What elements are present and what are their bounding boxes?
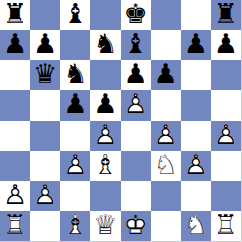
piece-black-pawn[interactable]: ♟ xyxy=(181,30,211,60)
square-b3[interactable] xyxy=(30,151,60,181)
piece-glyph: ♟ xyxy=(33,31,57,58)
square-g8[interactable] xyxy=(181,0,211,30)
square-b5[interactable] xyxy=(30,90,60,120)
square-f5[interactable] xyxy=(151,90,181,120)
square-c6[interactable]: ♞ xyxy=(60,60,90,90)
piece-glyph: ♞ xyxy=(63,61,87,88)
piece-glyph: ♝ xyxy=(63,0,87,27)
square-f8[interactable] xyxy=(151,0,181,30)
piece-glyph-outline: ♙ xyxy=(3,181,27,208)
piece-black-pawn[interactable]: ♟ xyxy=(151,60,181,90)
piece-glyph: ♜ xyxy=(3,0,27,27)
square-b6[interactable]: ♛ xyxy=(30,60,60,90)
piece-black-pawn[interactable]: ♟ xyxy=(211,30,241,60)
piece-glyph: ♟ xyxy=(3,31,27,58)
piece-white-pawn[interactable]: ♟♙ xyxy=(90,121,120,151)
piece-glyph-outline: ♖ xyxy=(3,211,27,238)
square-g3[interactable]: ♟♙ xyxy=(181,151,211,181)
piece-glyph: ♟ xyxy=(214,31,238,58)
square-f7[interactable] xyxy=(151,30,181,60)
piece-glyph-outline: ♙ xyxy=(214,121,238,148)
piece-white-queen[interactable]: ♛♕ xyxy=(90,211,120,241)
square-e1[interactable]: ♚♔ xyxy=(121,211,151,241)
square-d7[interactable]: ♞ xyxy=(90,30,120,60)
square-c2[interactable] xyxy=(60,181,90,211)
square-d5[interactable]: ♟ xyxy=(90,90,120,120)
square-c5[interactable]: ♟ xyxy=(60,90,90,120)
piece-white-pawn[interactable]: ♟♙ xyxy=(60,151,90,181)
piece-white-bishop[interactable]: ♝♗ xyxy=(90,151,120,181)
piece-glyph-outline: ♔ xyxy=(123,211,147,238)
piece-glyph: ♜ xyxy=(214,0,238,27)
square-a5[interactable] xyxy=(0,90,30,120)
piece-black-pawn[interactable]: ♟ xyxy=(0,30,30,60)
square-h5[interactable] xyxy=(211,90,241,120)
square-b7[interactable]: ♟ xyxy=(30,30,60,60)
piece-black-bishop[interactable]: ♝ xyxy=(60,0,90,30)
square-h1[interactable]: ♜♖ xyxy=(211,211,241,241)
square-d8[interactable] xyxy=(90,0,120,30)
square-e4[interactable] xyxy=(121,121,151,151)
piece-glyph: ♟ xyxy=(93,91,117,118)
piece-glyph-outline: ♘ xyxy=(154,151,178,178)
square-e6[interactable]: ♟ xyxy=(121,60,151,90)
piece-glyph-outline: ♙ xyxy=(123,91,147,118)
square-a7[interactable]: ♟ xyxy=(0,30,30,60)
square-b4[interactable] xyxy=(30,121,60,151)
square-h2[interactable] xyxy=(211,181,241,211)
square-h4[interactable]: ♟♙ xyxy=(211,121,241,151)
square-f1[interactable] xyxy=(151,211,181,241)
piece-glyph-outline: ♙ xyxy=(93,121,117,148)
square-a8[interactable]: ♜ xyxy=(0,0,30,30)
piece-white-pawn[interactable]: ♟♙ xyxy=(211,121,241,151)
square-a4[interactable] xyxy=(0,121,30,151)
square-e2[interactable] xyxy=(121,181,151,211)
square-h6[interactable] xyxy=(211,60,241,90)
piece-black-queen[interactable]: ♛ xyxy=(30,60,60,90)
piece-glyph-outline: ♖ xyxy=(214,211,238,238)
piece-glyph: ♚ xyxy=(123,0,147,27)
square-g6[interactable] xyxy=(181,60,211,90)
piece-white-pawn[interactable]: ♟♙ xyxy=(30,181,60,211)
square-a6[interactable] xyxy=(0,60,30,90)
square-a2[interactable]: ♟♙ xyxy=(0,181,30,211)
square-c4[interactable] xyxy=(60,121,90,151)
square-g2[interactable] xyxy=(181,181,211,211)
square-c8[interactable]: ♝ xyxy=(60,0,90,30)
piece-glyph: ♟ xyxy=(154,61,178,88)
chess-board-container: ♜♝♚♜♟♟♞♝♟♟♛♞♟♟♟♟♟♙♟♙♟♙♟♙♟♙♝♗♞♘♟♙♟♙♟♙♜♖♝♗… xyxy=(0,0,242,242)
square-c1[interactable]: ♝♗ xyxy=(60,211,90,241)
piece-glyph-outline: ♙ xyxy=(184,151,208,178)
square-h7[interactable]: ♟ xyxy=(211,30,241,60)
piece-black-knight[interactable]: ♞ xyxy=(90,30,120,60)
square-g5[interactable] xyxy=(181,90,211,120)
piece-white-knight[interactable]: ♞♘ xyxy=(181,211,211,241)
square-g4[interactable] xyxy=(181,121,211,151)
piece-white-pawn[interactable]: ♟♙ xyxy=(121,90,151,120)
square-g1[interactable]: ♞♘ xyxy=(181,211,211,241)
square-d4[interactable]: ♟♙ xyxy=(90,121,120,151)
piece-white-king[interactable]: ♚♔ xyxy=(121,211,151,241)
square-h3[interactable] xyxy=(211,151,241,181)
square-c3[interactable]: ♟♙ xyxy=(60,151,90,181)
square-f6[interactable]: ♟ xyxy=(151,60,181,90)
piece-glyph: ♝ xyxy=(123,31,147,58)
square-b8[interactable] xyxy=(30,0,60,30)
piece-glyph: ♞ xyxy=(93,31,117,58)
square-g7[interactable]: ♟ xyxy=(181,30,211,60)
piece-glyph: ♟ xyxy=(63,91,87,118)
piece-black-knight[interactable]: ♞ xyxy=(60,60,90,90)
piece-white-knight[interactable]: ♞♘ xyxy=(151,151,181,181)
square-f3[interactable]: ♞♘ xyxy=(151,151,181,181)
square-d2[interactable] xyxy=(90,181,120,211)
square-d6[interactable] xyxy=(90,60,120,90)
piece-white-pawn[interactable]: ♟♙ xyxy=(151,121,181,151)
piece-black-pawn[interactable]: ♟ xyxy=(121,60,151,90)
piece-white-pawn[interactable]: ♟♙ xyxy=(181,151,211,181)
square-a3[interactable] xyxy=(0,151,30,181)
square-a1[interactable]: ♜♖ xyxy=(0,211,30,241)
square-h8[interactable]: ♜ xyxy=(211,0,241,30)
piece-black-pawn[interactable]: ♟ xyxy=(30,30,60,60)
piece-glyph-outline: ♕ xyxy=(93,211,117,238)
square-b1[interactable] xyxy=(30,211,60,241)
square-c7[interactable] xyxy=(60,30,90,60)
square-e3[interactable] xyxy=(121,151,151,181)
square-f4[interactable]: ♟♙ xyxy=(151,121,181,151)
piece-black-bishop[interactable]: ♝ xyxy=(121,30,151,60)
square-e8[interactable]: ♚ xyxy=(121,0,151,30)
square-e7[interactable]: ♝ xyxy=(121,30,151,60)
square-f2[interactable] xyxy=(151,181,181,211)
piece-white-rook[interactable]: ♜♖ xyxy=(211,211,241,241)
piece-glyph-outline: ♘ xyxy=(184,211,208,238)
piece-white-pawn[interactable]: ♟♙ xyxy=(0,181,30,211)
piece-glyph-outline: ♙ xyxy=(154,121,178,148)
piece-black-rook[interactable]: ♜ xyxy=(211,0,241,30)
piece-black-pawn[interactable]: ♟ xyxy=(90,90,120,120)
piece-glyph-outline: ♗ xyxy=(93,151,117,178)
square-e5[interactable]: ♟♙ xyxy=(121,90,151,120)
chess-board: ♜♝♚♜♟♟♞♝♟♟♛♞♟♟♟♟♟♙♟♙♟♙♟♙♟♙♝♗♞♘♟♙♟♙♟♙♜♖♝♗… xyxy=(0,0,242,242)
piece-glyph-outline: ♗ xyxy=(63,211,87,238)
piece-glyph: ♟ xyxy=(184,31,208,58)
square-d3[interactable]: ♝♗ xyxy=(90,151,120,181)
piece-glyph: ♛ xyxy=(33,61,57,88)
square-b2[interactable]: ♟♙ xyxy=(30,181,60,211)
piece-glyph-outline: ♙ xyxy=(33,181,57,208)
piece-white-bishop[interactable]: ♝♗ xyxy=(60,211,90,241)
piece-white-rook[interactable]: ♜♖ xyxy=(0,211,30,241)
piece-glyph: ♟ xyxy=(123,61,147,88)
piece-black-pawn[interactable]: ♟ xyxy=(60,90,90,120)
piece-glyph-outline: ♙ xyxy=(63,151,87,178)
square-d1[interactable]: ♛♕ xyxy=(90,211,120,241)
piece-black-rook[interactable]: ♜ xyxy=(0,0,30,30)
piece-black-king[interactable]: ♚ xyxy=(121,0,151,30)
